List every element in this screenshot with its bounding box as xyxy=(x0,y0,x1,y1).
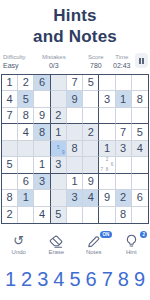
sudoku-cell-r6c3[interactable]: 1 xyxy=(34,157,50,173)
erase-button[interactable]: Erase xyxy=(41,234,71,256)
sudoku-cell-r2c6[interactable] xyxy=(83,91,99,107)
sudoku-cell-r4c2[interactable]: 4 xyxy=(18,124,34,140)
cell-digit: 8 xyxy=(137,94,143,105)
hint-count-badge: 2 xyxy=(140,231,147,238)
cell-digit: 6 xyxy=(137,192,143,203)
sudoku-cell-r2c8[interactable]: 1 xyxy=(116,91,132,107)
cell-digit: 8 xyxy=(39,127,45,138)
sudoku-cell-r5c6[interactable] xyxy=(83,141,99,157)
sudoku-cell-r6c4[interactable]: 3 xyxy=(51,157,67,173)
numpad-3[interactable]: 3 xyxy=(37,269,48,289)
sudoku-cell-r1c1[interactable]: 1 xyxy=(2,75,18,91)
sudoku-cell-r6c7[interactable]: 2678 xyxy=(99,157,115,173)
pencil-notes: 2678 xyxy=(99,157,114,172)
sudoku-cell-r8c5[interactable]: 3 xyxy=(67,190,83,206)
cell-digit: 3 xyxy=(39,176,45,187)
sudoku-cell-r4c3[interactable]: 8 xyxy=(34,124,50,140)
sudoku-cell-r7c7[interactable] xyxy=(99,174,115,190)
eraser-icon xyxy=(49,234,63,248)
cell-digit: 1 xyxy=(104,143,110,154)
sudoku-cell-r4c5[interactable] xyxy=(67,124,83,140)
cell-digit: 2 xyxy=(23,77,29,88)
sudoku-cell-r1c9[interactable] xyxy=(132,75,148,91)
sudoku-cell-r8c2[interactable]: 1 xyxy=(18,190,34,206)
sudoku-cell-r5c9[interactable]: 4 xyxy=(132,141,148,157)
sudoku-cell-r3c8[interactable] xyxy=(116,108,132,124)
cell-digit: 5 xyxy=(88,77,94,88)
sudoku-app: Hints and Notes Difficulty Easy Mistakes… xyxy=(0,0,150,300)
sudoku-cell-r2c2[interactable]: 5 xyxy=(18,91,34,107)
sudoku-cell-r8c4[interactable] xyxy=(51,190,67,206)
cell-digit: 7 xyxy=(71,77,77,88)
cell-digit: 4 xyxy=(23,127,29,138)
score-stat: Score 780 xyxy=(88,53,104,70)
numpad-6[interactable]: 6 xyxy=(86,269,97,289)
difficulty-stat: Difficulty Easy xyxy=(3,53,26,70)
sudoku-cell-r2c9[interactable]: 8 xyxy=(132,91,148,107)
hint-button[interactable]: 2 Hint xyxy=(116,234,146,256)
sudoku-cell-r2c5[interactable]: 9 xyxy=(67,91,83,107)
cell-digit: 1 xyxy=(71,176,77,187)
cell-digit: 4 xyxy=(39,209,45,220)
pencil-notes: 59 xyxy=(51,141,66,156)
cell-digit: 8 xyxy=(71,143,77,154)
sudoku-cell-r5c7[interactable]: 1 xyxy=(99,141,115,157)
cell-digit: 9 xyxy=(39,110,45,121)
number-pad: 123456789 xyxy=(0,264,150,294)
sudoku-cell-r7c4[interactable] xyxy=(51,174,67,190)
status-bar: Difficulty Easy Mistakes 0/3 Score 780 T… xyxy=(0,53,150,73)
sudoku-cell-r4c7[interactable] xyxy=(99,124,115,140)
cell-digit: 2 xyxy=(7,209,13,220)
mistakes-label: Mistakes xyxy=(42,53,66,61)
cell-digit: 8 xyxy=(23,110,29,121)
numpad-1[interactable]: 1 xyxy=(5,269,16,289)
note-digit: 9 xyxy=(61,151,66,156)
sudoku-cell-r1c8[interactable] xyxy=(116,75,132,91)
cell-digit: 9 xyxy=(104,192,110,203)
sudoku-cell-r7c9[interactable] xyxy=(132,174,148,190)
cell-digit: 3 xyxy=(120,143,126,154)
cell-digit: 7 xyxy=(120,127,126,138)
mistakes-stat: Mistakes 0/3 xyxy=(42,53,66,70)
sudoku-cell-r9c1[interactable]: 2 xyxy=(2,207,18,223)
cell-digit: 9 xyxy=(71,94,77,105)
sudoku-cell-r7c6[interactable]: 9 xyxy=(83,174,99,190)
cell-digit: 9 xyxy=(88,176,94,187)
undo-label: Undo xyxy=(12,249,26,256)
sudoku-cell-r3c7[interactable] xyxy=(99,108,115,124)
sudoku-cell-r6c8[interactable] xyxy=(116,157,132,173)
cell-digit: 2 xyxy=(55,110,61,121)
cell-digit: 4 xyxy=(7,94,13,105)
pause-icon xyxy=(139,58,141,64)
cell-digit: 3 xyxy=(55,159,61,170)
cell-digit: 5 xyxy=(137,127,143,138)
sudoku-cell-r9c2[interactable] xyxy=(18,207,34,223)
sudoku-cell-r8c1[interactable]: 8 xyxy=(2,190,18,206)
cell-digit: 1 xyxy=(55,127,61,138)
cell-digit: 6 xyxy=(39,77,45,88)
pencil-icon: ON xyxy=(87,234,100,248)
numpad-4[interactable]: 4 xyxy=(53,269,64,289)
sudoku-cell-r2c7[interactable]: 3 xyxy=(99,91,115,107)
sudoku-cell-r1c2[interactable]: 2 xyxy=(18,75,34,91)
sudoku-cell-r4c9[interactable]: 5 xyxy=(132,124,148,140)
sudoku-cell-r1c3[interactable]: 6 xyxy=(34,75,50,91)
sudoku-cell-r5c1[interactable] xyxy=(2,141,18,157)
score-value: 780 xyxy=(90,61,102,70)
notes-button[interactable]: ON Notes xyxy=(79,234,109,256)
sudoku-cell-r4c8[interactable]: 7 xyxy=(116,124,132,140)
sudoku-cell-r4c6[interactable]: 2 xyxy=(83,124,99,140)
pause-button[interactable] xyxy=(135,53,148,68)
sudoku-cell-r8c9[interactable]: 6 xyxy=(132,190,148,206)
cell-digit: 1 xyxy=(39,159,45,170)
sudoku-cell-r9c4[interactable]: 5 xyxy=(51,207,67,223)
numpad-9[interactable]: 9 xyxy=(134,269,145,289)
sudoku-cell-r3c6[interactable] xyxy=(83,108,99,124)
difficulty-label: Difficulty xyxy=(3,53,26,61)
time-value: 02:43 xyxy=(113,61,131,70)
hint-label: Hint xyxy=(126,249,137,256)
numpad-2[interactable]: 2 xyxy=(21,269,32,289)
cell-digit: 1 xyxy=(7,77,13,88)
sudoku-cell-r6c2[interactable] xyxy=(18,157,34,173)
sudoku-cell-r5c4[interactable]: 59 xyxy=(51,141,67,157)
cell-digit: 4 xyxy=(137,143,143,154)
cell-digit: 5 xyxy=(23,94,29,105)
sudoku-cell-r9c9[interactable] xyxy=(132,207,148,223)
score-label: Score xyxy=(88,53,104,61)
undo-button[interactable]: ↺ Undo xyxy=(4,234,34,256)
sudoku-cell-r7c2[interactable]: 6 xyxy=(18,174,34,190)
erase-label: Erase xyxy=(48,249,64,256)
cell-digit: 8 xyxy=(7,192,13,203)
sudoku-cell-r9c6[interactable] xyxy=(83,207,99,223)
sudoku-cell-r8c3[interactable] xyxy=(34,190,50,206)
time-label: Time xyxy=(115,53,128,61)
sudoku-cell-r7c3[interactable]: 3 xyxy=(34,174,50,190)
sudoku-cell-r3c4[interactable]: 2 xyxy=(51,108,67,124)
cell-digit: 2 xyxy=(88,127,94,138)
cell-digit: 5 xyxy=(55,209,61,220)
sudoku-cell-r4c1[interactable] xyxy=(2,124,18,140)
cell-digit: 3 xyxy=(104,94,110,105)
page-title: Hints and Notes xyxy=(0,5,150,47)
sudoku-cell-r1c5[interactable]: 7 xyxy=(67,75,83,91)
sudoku-cell-r2c3[interactable] xyxy=(34,91,50,107)
cell-digit: 4 xyxy=(88,192,94,203)
cell-digit: 1 xyxy=(23,192,29,203)
sudoku-cell-r9c5[interactable] xyxy=(67,207,83,223)
sudoku-cell-r6c6[interactable] xyxy=(83,157,99,173)
sudoku-cell-r2c4[interactable] xyxy=(51,91,67,107)
sudoku-board[interactable]: 1267545931878924812755981345132678631981… xyxy=(1,74,149,224)
cell-digit: 7 xyxy=(7,110,13,121)
sudoku-cell-r5c5[interactable]: 8 xyxy=(67,141,83,157)
cell-digit: 6 xyxy=(23,176,29,187)
sudoku-cell-r3c1[interactable]: 7 xyxy=(2,108,18,124)
sudoku-cell-r1c4[interactable] xyxy=(51,75,67,91)
sudoku-cell-r2c1[interactable]: 4 xyxy=(2,91,18,107)
sudoku-cell-r6c5[interactable] xyxy=(67,157,83,173)
page-title-line1: Hints xyxy=(0,5,150,26)
undo-icon: ↺ xyxy=(13,234,24,248)
cell-digit: 5 xyxy=(7,159,13,170)
difficulty-value: Easy xyxy=(3,61,19,70)
pause-icon xyxy=(142,58,144,64)
sudoku-cell-r9c7[interactable] xyxy=(99,207,115,223)
sudoku-cell-r3c3[interactable]: 9 xyxy=(34,108,50,124)
cell-digit: 2 xyxy=(120,192,126,203)
sudoku-cell-r6c9[interactable] xyxy=(132,157,148,173)
cell-digit: 8 xyxy=(120,209,126,220)
numpad-7[interactable]: 7 xyxy=(102,269,113,289)
sudoku-cell-r3c9[interactable] xyxy=(132,108,148,124)
note-digit: 8 xyxy=(104,168,109,173)
sudoku-cell-r6c1[interactable]: 5 xyxy=(2,157,18,173)
sudoku-cell-r1c6[interactable]: 5 xyxy=(83,75,99,91)
sudoku-cell-r1c7[interactable] xyxy=(99,75,115,91)
toolbar: ↺ Undo Erase ON Notes xyxy=(0,234,150,262)
sudoku-cell-r9c3[interactable]: 4 xyxy=(34,207,50,223)
sudoku-cell-r7c5[interactable]: 1 xyxy=(67,174,83,190)
numpad-8[interactable]: 8 xyxy=(118,269,129,289)
cell-digit: 3 xyxy=(71,192,77,203)
lightbulb-icon: 2 xyxy=(125,234,138,248)
sudoku-cell-r5c2[interactable] xyxy=(18,141,34,157)
note-digit: 6 xyxy=(109,162,114,167)
sudoku-cell-r5c3[interactable] xyxy=(34,141,50,157)
sudoku-cell-r9c8[interactable]: 8 xyxy=(116,207,132,223)
sudoku-cell-r4c4[interactable]: 1 xyxy=(51,124,67,140)
sudoku-cell-r8c7[interactable]: 9 xyxy=(99,190,115,206)
sudoku-cell-r3c5[interactable] xyxy=(67,108,83,124)
notes-label: Notes xyxy=(86,249,102,256)
time-stat: Time 02:43 xyxy=(113,53,131,70)
sudoku-cell-r7c1[interactable] xyxy=(2,174,18,190)
sudoku-cell-r8c8[interactable]: 2 xyxy=(116,190,132,206)
cell-digit: 1 xyxy=(120,94,126,105)
sudoku-cell-r7c8[interactable] xyxy=(116,174,132,190)
sudoku-cell-r3c2[interactable]: 8 xyxy=(18,108,34,124)
sudoku-cell-r8c6[interactable]: 4 xyxy=(83,190,99,206)
notes-on-badge: ON xyxy=(100,231,112,238)
mistakes-value: 0/3 xyxy=(49,61,59,70)
sudoku-cell-r5c8[interactable]: 3 xyxy=(116,141,132,157)
page-title-line2: and Notes xyxy=(0,26,150,47)
numpad-5[interactable]: 5 xyxy=(69,269,80,289)
